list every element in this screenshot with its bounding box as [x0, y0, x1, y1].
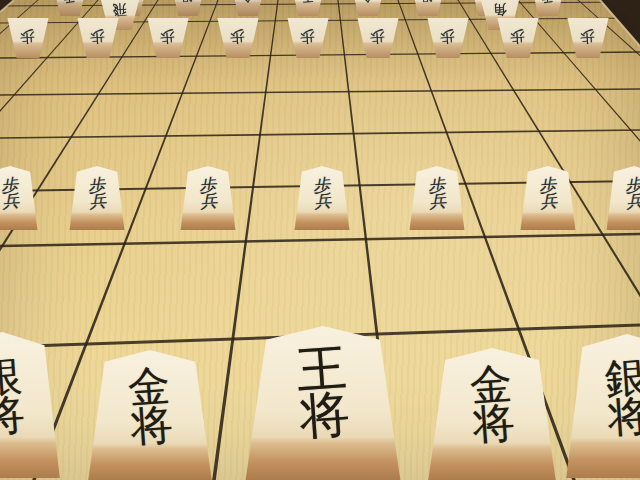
piece-glyph: 銀 将	[603, 357, 640, 454]
piece-sente-gold-right[interactable]: 金 将	[427, 348, 557, 480]
piece-glyph: 歩 兵	[539, 178, 558, 218]
piece-glyph: 歩	[440, 28, 455, 48]
grid-rank-line	[0, 234, 640, 246]
piece-glyph: 銀	[181, 0, 194, 7]
piece-glyph: 歩 兵	[1, 178, 20, 218]
piece-glyph: 歩 兵	[625, 178, 640, 218]
piece-glyph: 銀 将	[0, 357, 26, 453]
piece-glyph: 歩	[160, 28, 175, 48]
piece-sente-pawn-4[interactable]: 歩 兵	[294, 166, 350, 230]
piece-glyph: 歩	[510, 28, 525, 48]
piece-glyph: 銀	[421, 0, 434, 7]
piece-glyph: 王 将	[295, 344, 352, 461]
piece-glyph: 金	[361, 0, 374, 7]
grid-rank-line	[0, 89, 640, 95]
grid-rank-line	[0, 130, 640, 138]
piece-glyph: 歩 兵	[88, 178, 107, 218]
piece-glyph: 香	[63, 0, 76, 7]
piece-sente-king[interactable]: 王 将	[244, 326, 402, 480]
piece-glyph: 金 将	[468, 365, 516, 463]
piece-sente-pawn-5[interactable]: 歩 兵	[409, 166, 465, 230]
piece-glyph: 歩	[230, 28, 245, 48]
piece-glyph: 金	[241, 0, 254, 7]
piece-glyph: 歩	[90, 28, 105, 48]
piece-glyph: 歩 兵	[313, 178, 332, 218]
piece-glyph: 歩	[20, 28, 35, 48]
piece-glyph: 歩	[300, 28, 315, 48]
piece-sente-pawn-3[interactable]: 歩 兵	[180, 166, 236, 230]
piece-glyph: 歩 兵	[199, 178, 218, 218]
piece-glyph: 歩	[580, 28, 595, 48]
piece-glyph: 香	[541, 0, 554, 7]
piece-sente-pawn-2[interactable]: 歩 兵	[69, 166, 125, 230]
piece-glyph: 歩 兵	[428, 178, 447, 218]
piece-glyph: 歩	[370, 28, 385, 48]
piece-glyph: 玉	[301, 0, 314, 7]
piece-sente-gold-left[interactable]: 金 将	[87, 350, 213, 480]
piece-glyph: 金 将	[126, 366, 174, 464]
piece-sente-pawn-6[interactable]: 歩 兵	[520, 166, 576, 230]
shogi-board-photo: 香桂銀金玉金銀桂香飛角歩歩歩歩歩歩歩歩歩歩 兵歩 兵歩 兵歩 兵歩 兵歩 兵歩 …	[0, 0, 640, 480]
